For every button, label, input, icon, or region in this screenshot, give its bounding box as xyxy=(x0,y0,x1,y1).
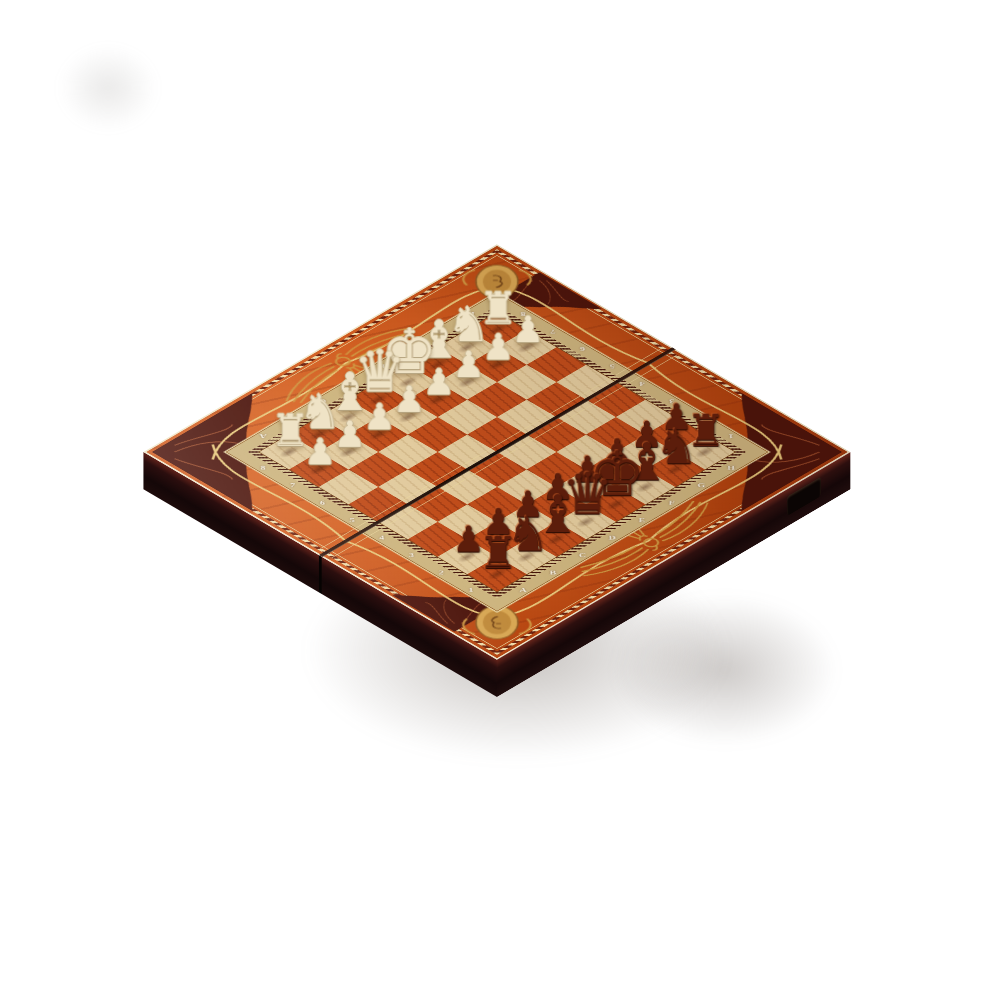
pawn-glyph: ♟ xyxy=(304,434,336,470)
folding-chess-case: ABCDEFGH ABCDEFGH 87654321 87654321 ♜♞♝♛… xyxy=(143,244,850,660)
chess-case-scene: ABCDEFGH ABCDEFGH 87654321 87654321 ♜♞♝♛… xyxy=(147,102,847,802)
case-halves-gap xyxy=(319,555,322,594)
piece-stand: ♟ xyxy=(290,434,350,470)
rook-glyph: ♜ xyxy=(479,531,518,575)
board-top-face: ABCDEFGH ABCDEFGH 87654321 87654321 ♜♞♝♛… xyxy=(143,244,850,660)
piece-stand: ♜ xyxy=(468,531,528,575)
photo-background: ABCDEFGH ABCDEFGH 87654321 87654321 ♜♞♝♛… xyxy=(0,0,1000,1000)
